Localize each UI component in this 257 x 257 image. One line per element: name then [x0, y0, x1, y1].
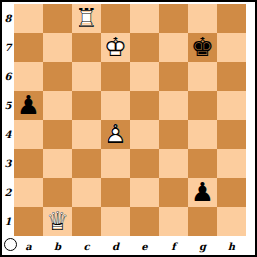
file-label-h: h	[217, 236, 246, 255]
square-h4	[217, 120, 246, 149]
file-label-e: e	[130, 236, 159, 255]
square-f8	[159, 4, 188, 33]
rank-label-2: 2	[2, 178, 14, 207]
square-b5	[43, 91, 72, 120]
square-e4	[130, 120, 159, 149]
square-a7	[14, 33, 43, 62]
square-c5	[72, 91, 101, 120]
square-g5	[188, 91, 217, 120]
square-f6	[159, 62, 188, 91]
square-c3	[72, 149, 101, 178]
piece-outline-layer: ♔	[101, 33, 130, 62]
square-b3	[43, 149, 72, 178]
square-e3	[130, 149, 159, 178]
rank-label-4: 4	[2, 120, 14, 149]
square-h7	[217, 33, 246, 62]
file-label-f: f	[159, 236, 188, 255]
rank-label-7: 7	[2, 33, 14, 62]
piece-fill-layer: ♟	[188, 178, 217, 207]
rank-labels: 87654321	[2, 4, 14, 236]
square-g2: ♟	[188, 178, 217, 207]
file-label-a: a	[14, 236, 43, 255]
square-f7	[159, 33, 188, 62]
square-b6	[43, 62, 72, 91]
square-g7: ♚	[188, 33, 217, 62]
file-label-c: c	[72, 236, 101, 255]
square-d4: ♟♙	[101, 120, 130, 149]
square-c2	[72, 178, 101, 207]
square-e6	[130, 62, 159, 91]
chess-board: ♜♖♚♔♚♟♟♙♟♛♕	[14, 4, 246, 236]
piece-white-rook: ♜♖	[72, 4, 101, 33]
square-f1	[159, 207, 188, 236]
square-a6	[14, 62, 43, 91]
square-b7	[43, 33, 72, 62]
square-e7	[130, 33, 159, 62]
square-f4	[159, 120, 188, 149]
piece-white-king: ♚♔	[101, 33, 130, 62]
square-f5	[159, 91, 188, 120]
square-e1	[130, 207, 159, 236]
square-c8: ♜♖	[72, 4, 101, 33]
square-h1	[217, 207, 246, 236]
piece-outline-layer: ♖	[72, 4, 101, 33]
square-g8	[188, 4, 217, 33]
square-c4	[72, 120, 101, 149]
square-d3	[101, 149, 130, 178]
square-c7	[72, 33, 101, 62]
piece-black-pawn: ♟	[188, 178, 217, 207]
square-g3	[188, 149, 217, 178]
piece-white-pawn: ♟♙	[101, 120, 130, 149]
square-b2	[43, 178, 72, 207]
square-f3	[159, 149, 188, 178]
file-label-b: b	[43, 236, 72, 255]
file-labels: abcdefgh	[14, 236, 246, 255]
square-g4	[188, 120, 217, 149]
square-a4	[14, 120, 43, 149]
square-a3	[14, 149, 43, 178]
square-d5	[101, 91, 130, 120]
square-e5	[130, 91, 159, 120]
square-f2	[159, 178, 188, 207]
square-e2	[130, 178, 159, 207]
square-e8	[130, 4, 159, 33]
chess-diagram: 87654321 ♜♖♚♔♚♟♟♙♟♛♕ abcdefgh	[0, 0, 257, 257]
piece-fill-layer: ♚	[188, 33, 217, 62]
square-a5: ♟	[14, 91, 43, 120]
square-d6	[101, 62, 130, 91]
piece-white-queen: ♛♕	[43, 207, 72, 236]
file-label-d: d	[101, 236, 130, 255]
rank-label-1: 1	[2, 207, 14, 236]
square-b4	[43, 120, 72, 149]
square-c1	[72, 207, 101, 236]
square-d1	[101, 207, 130, 236]
square-b8	[43, 4, 72, 33]
square-h3	[217, 149, 246, 178]
square-h2	[217, 178, 246, 207]
square-a1	[14, 207, 43, 236]
square-g1	[188, 207, 217, 236]
square-d7: ♚♔	[101, 33, 130, 62]
square-d2	[101, 178, 130, 207]
square-a8	[14, 4, 43, 33]
rank-label-6: 6	[2, 62, 14, 91]
square-b1: ♛♕	[43, 207, 72, 236]
square-h6	[217, 62, 246, 91]
white-to-move-indicator	[4, 238, 17, 251]
piece-black-pawn: ♟	[14, 91, 43, 120]
rank-label-5: 5	[2, 91, 14, 120]
rank-label-8: 8	[2, 4, 14, 33]
piece-outline-layer: ♕	[43, 207, 72, 236]
rank-label-3: 3	[2, 149, 14, 178]
square-c6	[72, 62, 101, 91]
square-g6	[188, 62, 217, 91]
square-a2	[14, 178, 43, 207]
file-label-g: g	[188, 236, 217, 255]
square-h8	[217, 4, 246, 33]
square-h5	[217, 91, 246, 120]
square-d8	[101, 4, 130, 33]
piece-fill-layer: ♟	[14, 91, 43, 120]
piece-black-king: ♚	[188, 33, 217, 62]
piece-outline-layer: ♙	[101, 120, 130, 149]
